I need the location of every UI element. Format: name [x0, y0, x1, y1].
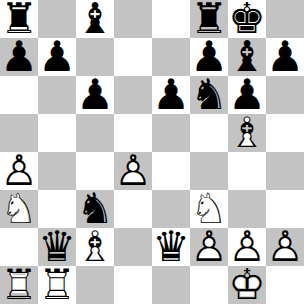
square-c4[interactable]	[76, 152, 114, 190]
square-g6[interactable]: ♟	[228, 76, 266, 114]
square-b5[interactable]	[38, 114, 76, 152]
square-b1[interactable]: ♜♖	[38, 266, 76, 304]
piece-fill-layer: ♝	[76, 0, 114, 38]
black-pawn-icon[interactable]: ♟	[228, 76, 266, 114]
black-pawn-icon[interactable]: ♟	[190, 38, 228, 76]
square-c2[interactable]: ♝♗	[76, 228, 114, 266]
square-h4[interactable]	[266, 152, 304, 190]
piece-fill-layer: ♟	[266, 228, 304, 266]
square-h1[interactable]	[266, 266, 304, 304]
black-pawn-icon[interactable]: ♟	[0, 38, 38, 76]
square-h5[interactable]	[266, 114, 304, 152]
piece-fill-layer: ♜	[0, 266, 38, 304]
piece-outline-layer: ♘	[190, 190, 228, 228]
square-e6[interactable]: ♟	[152, 76, 190, 114]
square-f6[interactable]: ♞	[190, 76, 228, 114]
square-h3[interactable]	[266, 190, 304, 228]
square-h7[interactable]: ♟	[266, 38, 304, 76]
piece-outline-layer: ♖	[0, 266, 38, 304]
black-pawn-icon[interactable]: ♟	[38, 38, 76, 76]
piece-fill-layer: ♟	[228, 228, 266, 266]
square-h2[interactable]: ♟♙	[266, 228, 304, 266]
piece-fill-layer: ♞	[190, 76, 228, 114]
square-e7[interactable]	[152, 38, 190, 76]
piece-fill-layer: ♟	[228, 76, 266, 114]
black-king-icon[interactable]: ♚	[228, 0, 266, 38]
square-d8[interactable]	[114, 0, 152, 38]
piece-outline-layer: ♙	[0, 152, 38, 190]
square-g7[interactable]: ♝	[228, 38, 266, 76]
square-a8[interactable]: ♜	[0, 0, 38, 38]
piece-fill-layer: ♛	[152, 228, 190, 266]
piece-fill-layer: ♟	[190, 228, 228, 266]
chess-board: ♜♝♜♚♟♟♟♝♟♟♟♞♟♝♗♟♙♟♙♞♘♞♞♘♛♝♗♛♟♙♟♙♟♙♜♖♜♖♚♔	[0, 0, 304, 304]
square-g8[interactable]: ♚	[228, 0, 266, 38]
square-e4[interactable]	[152, 152, 190, 190]
square-e2[interactable]: ♛	[152, 228, 190, 266]
black-bishop-icon[interactable]: ♝	[76, 0, 114, 38]
piece-fill-layer: ♞	[190, 190, 228, 228]
white-pawn-icon[interactable]: ♟♙	[114, 152, 152, 190]
piece-fill-layer: ♛	[38, 228, 76, 266]
square-h8[interactable]	[266, 0, 304, 38]
black-rook-icon[interactable]: ♜	[0, 0, 38, 38]
square-d7[interactable]	[114, 38, 152, 76]
piece-fill-layer: ♚	[228, 0, 266, 38]
square-a3[interactable]: ♞♘	[0, 190, 38, 228]
square-g5[interactable]: ♝♗	[228, 114, 266, 152]
square-f7[interactable]: ♟	[190, 38, 228, 76]
square-d3[interactable]	[114, 190, 152, 228]
black-pawn-icon[interactable]: ♟	[152, 76, 190, 114]
square-e5[interactable]	[152, 114, 190, 152]
piece-fill-layer: ♜	[38, 266, 76, 304]
square-c5[interactable]	[76, 114, 114, 152]
white-rook-icon[interactable]: ♜♖	[38, 266, 76, 304]
black-pawn-icon[interactable]: ♟	[76, 76, 114, 114]
square-g3[interactable]	[228, 190, 266, 228]
square-e8[interactable]	[152, 0, 190, 38]
square-b2[interactable]: ♛	[38, 228, 76, 266]
piece-fill-layer: ♝	[228, 114, 266, 152]
square-g2[interactable]: ♟♙	[228, 228, 266, 266]
white-pawn-icon[interactable]: ♟♙	[266, 228, 304, 266]
piece-fill-layer: ♞	[76, 190, 114, 228]
piece-outline-layer: ♙	[266, 228, 304, 266]
square-f2[interactable]: ♟♙	[190, 228, 228, 266]
piece-fill-layer: ♟	[38, 38, 76, 76]
white-king-icon[interactable]: ♚♔	[228, 266, 266, 304]
piece-outline-layer: ♙	[190, 228, 228, 266]
square-f8[interactable]: ♜	[190, 0, 228, 38]
piece-outline-layer: ♖	[38, 266, 76, 304]
piece-fill-layer: ♝	[76, 228, 114, 266]
square-e3[interactable]	[152, 190, 190, 228]
square-g4[interactable]	[228, 152, 266, 190]
square-f5[interactable]	[190, 114, 228, 152]
black-queen-icon[interactable]: ♛	[38, 228, 76, 266]
piece-fill-layer: ♟	[0, 38, 38, 76]
white-knight-icon[interactable]: ♞♘	[190, 190, 228, 228]
square-a6[interactable]	[0, 76, 38, 114]
square-b7[interactable]: ♟	[38, 38, 76, 76]
piece-fill-layer: ♟	[76, 76, 114, 114]
square-d4[interactable]: ♟♙	[114, 152, 152, 190]
white-rook-icon[interactable]: ♜♖	[0, 266, 38, 304]
square-b3[interactable]	[38, 190, 76, 228]
square-d6[interactable]	[114, 76, 152, 114]
black-bishop-icon[interactable]: ♝	[228, 38, 266, 76]
white-bishop-icon[interactable]: ♝♗	[76, 228, 114, 266]
black-queen-icon[interactable]: ♛	[152, 228, 190, 266]
square-a4[interactable]: ♟♙	[0, 152, 38, 190]
black-knight-icon[interactable]: ♞	[190, 76, 228, 114]
white-pawn-icon[interactable]: ♟♙	[228, 228, 266, 266]
piece-fill-layer: ♟	[114, 152, 152, 190]
square-c1[interactable]	[76, 266, 114, 304]
white-pawn-icon[interactable]: ♟♙	[190, 228, 228, 266]
square-c6[interactable]: ♟	[76, 76, 114, 114]
black-rook-icon[interactable]: ♜	[190, 0, 228, 38]
piece-fill-layer: ♟	[190, 38, 228, 76]
square-g1[interactable]: ♚♔	[228, 266, 266, 304]
piece-outline-layer: ♔	[228, 266, 266, 304]
piece-fill-layer: ♟	[152, 76, 190, 114]
piece-fill-layer: ♚	[228, 266, 266, 304]
piece-outline-layer: ♙	[114, 152, 152, 190]
square-d2[interactable]	[114, 228, 152, 266]
square-c8[interactable]: ♝	[76, 0, 114, 38]
piece-fill-layer: ♟	[0, 152, 38, 190]
piece-outline-layer: ♗	[228, 114, 266, 152]
square-d5[interactable]	[114, 114, 152, 152]
white-bishop-icon[interactable]: ♝♗	[228, 114, 266, 152]
square-f4[interactable]	[190, 152, 228, 190]
white-knight-icon[interactable]: ♞♘	[0, 190, 38, 228]
square-f3[interactable]: ♞♘	[190, 190, 228, 228]
piece-fill-layer: ♞	[0, 190, 38, 228]
square-c7[interactable]	[76, 38, 114, 76]
piece-outline-layer: ♙	[228, 228, 266, 266]
square-b4[interactable]	[38, 152, 76, 190]
piece-outline-layer: ♗	[76, 228, 114, 266]
white-pawn-icon[interactable]: ♟♙	[0, 152, 38, 190]
square-a1[interactable]: ♜♖	[0, 266, 38, 304]
square-c3[interactable]: ♞	[76, 190, 114, 228]
piece-fill-layer: ♜	[190, 0, 228, 38]
square-b6[interactable]	[38, 76, 76, 114]
square-h6[interactable]	[266, 76, 304, 114]
square-e1[interactable]	[152, 266, 190, 304]
black-knight-icon[interactable]: ♞	[76, 190, 114, 228]
black-pawn-icon[interactable]: ♟	[266, 38, 304, 76]
square-f1[interactable]	[190, 266, 228, 304]
piece-fill-layer: ♟	[266, 38, 304, 76]
piece-outline-layer: ♘	[0, 190, 38, 228]
square-b8[interactable]	[38, 0, 76, 38]
square-a7[interactable]: ♟	[0, 38, 38, 76]
piece-fill-layer: ♜	[0, 0, 38, 38]
square-d1[interactable]	[114, 266, 152, 304]
square-a2[interactable]	[0, 228, 38, 266]
piece-fill-layer: ♝	[228, 38, 266, 76]
square-a5[interactable]	[0, 114, 38, 152]
